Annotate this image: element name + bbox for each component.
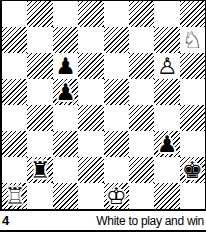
square-a2 <box>2 157 27 183</box>
square-e1: ♚♔ <box>104 183 129 209</box>
square-c2 <box>53 157 78 183</box>
square-e4 <box>104 105 129 131</box>
square-f4 <box>129 105 154 131</box>
square-b4 <box>27 105 52 131</box>
square-d7 <box>78 27 103 53</box>
square-b1 <box>27 183 52 209</box>
piece-halo: ♜ <box>2 183 27 209</box>
square-e7 <box>104 27 129 53</box>
square-b3 <box>27 131 52 157</box>
piece-white-rook: ♖ <box>2 183 27 209</box>
piece-white-king: ♔ <box>104 183 129 209</box>
square-f1 <box>129 183 154 209</box>
piece-halo: ♟ <box>53 53 78 79</box>
square-e6 <box>104 53 129 79</box>
chess-board: ♞♘♟♟♟♙♟♟♟♟♜♜♚♚♜♖♚♔ <box>0 0 206 211</box>
piece-black-pawn: ♟ <box>53 53 78 79</box>
piece-halo: ♞ <box>180 27 205 53</box>
square-e5 <box>104 79 129 105</box>
square-g8 <box>154 1 179 27</box>
square-c1 <box>53 183 78 209</box>
square-h4 <box>180 105 205 131</box>
square-g3: ♟♟ <box>154 131 179 157</box>
square-g7 <box>154 27 179 53</box>
square-f5 <box>129 79 154 105</box>
square-f2 <box>129 157 154 183</box>
square-h2: ♚♚ <box>180 157 205 183</box>
caption-text: White to play and win <box>96 214 204 228</box>
square-b8 <box>27 1 52 27</box>
square-d5 <box>78 79 103 105</box>
chess-diagram-page: ♞♘♟♟♟♙♟♟♟♟♜♜♚♚♜♖♚♔ 4 White to play and w… <box>0 0 206 232</box>
piece-black-king: ♚ <box>180 157 205 183</box>
square-h3 <box>180 131 205 157</box>
piece-white-knight: ♘ <box>180 27 205 53</box>
square-h7: ♞♘ <box>180 27 205 53</box>
square-a4 <box>2 105 27 131</box>
square-c5: ♟♟ <box>53 79 78 105</box>
square-b7 <box>27 27 52 53</box>
square-d1 <box>78 183 103 209</box>
square-g4 <box>154 105 179 131</box>
square-c8 <box>53 1 78 27</box>
square-h8 <box>180 1 205 27</box>
piece-black-pawn: ♟ <box>154 131 179 157</box>
square-h1 <box>180 183 205 209</box>
square-e2 <box>104 157 129 183</box>
bottom-rule <box>0 230 206 232</box>
piece-black-pawn: ♟ <box>53 79 78 105</box>
piece-halo: ♚ <box>180 157 205 183</box>
square-a5 <box>2 79 27 105</box>
piece-halo: ♚ <box>104 183 129 209</box>
square-e3 <box>104 131 129 157</box>
square-g5 <box>154 79 179 105</box>
square-c4 <box>53 105 78 131</box>
square-d4 <box>78 105 103 131</box>
square-a8 <box>2 1 27 27</box>
square-f3 <box>129 131 154 157</box>
square-d3 <box>78 131 103 157</box>
square-h6 <box>180 53 205 79</box>
square-d2 <box>78 157 103 183</box>
square-g2 <box>154 157 179 183</box>
square-g6: ♟♙ <box>154 53 179 79</box>
piece-white-pawn: ♙ <box>154 53 179 79</box>
square-a1: ♜♖ <box>2 183 27 209</box>
square-f6 <box>129 53 154 79</box>
piece-halo: ♟ <box>154 131 179 157</box>
caption-bar: 4 White to play and win <box>0 211 206 230</box>
square-c3 <box>53 131 78 157</box>
square-d6 <box>78 53 103 79</box>
square-a3 <box>2 131 27 157</box>
square-f7 <box>129 27 154 53</box>
square-g1 <box>154 183 179 209</box>
square-h5 <box>180 79 205 105</box>
square-b5 <box>27 79 52 105</box>
square-e8 <box>104 1 129 27</box>
piece-halo: ♜ <box>27 157 52 183</box>
square-a6 <box>2 53 27 79</box>
square-d8 <box>78 1 103 27</box>
piece-black-rook: ♜ <box>27 157 52 183</box>
square-b6 <box>27 53 52 79</box>
square-a7 <box>2 27 27 53</box>
square-c7 <box>53 27 78 53</box>
diagram-number: 4 <box>2 213 9 228</box>
square-f8 <box>129 1 154 27</box>
piece-halo: ♟ <box>154 53 179 79</box>
square-b2: ♜♜ <box>27 157 52 183</box>
square-c6: ♟♟ <box>53 53 78 79</box>
piece-halo: ♟ <box>53 79 78 105</box>
